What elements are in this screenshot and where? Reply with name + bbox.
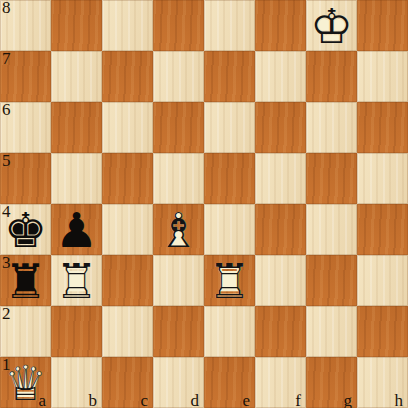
- square-b4[interactable]: ♟: [51, 204, 102, 255]
- piece-white-bishop[interactable]: ♝♗: [153, 204, 204, 255]
- square-g3[interactable]: [306, 255, 357, 306]
- square-a3[interactable]: 3♜: [0, 255, 51, 306]
- chess-board: 8♚♔7654♚♟♝♗3♜♜♖♜♖21a♛♕bcdefgh: [0, 0, 408, 408]
- square-b1[interactable]: b: [51, 357, 102, 408]
- square-f1[interactable]: f: [255, 357, 306, 408]
- square-d1[interactable]: d: [153, 357, 204, 408]
- square-d6[interactable]: [153, 102, 204, 153]
- square-h2[interactable]: [357, 306, 408, 357]
- square-g4[interactable]: [306, 204, 357, 255]
- square-a5[interactable]: 5: [0, 153, 51, 204]
- square-b6[interactable]: [51, 102, 102, 153]
- square-c4[interactable]: [102, 204, 153, 255]
- piece-white-king[interactable]: ♚♔: [306, 0, 357, 51]
- square-c6[interactable]: [102, 102, 153, 153]
- piece-white-rook[interactable]: ♜♖: [204, 255, 255, 306]
- square-f6[interactable]: [255, 102, 306, 153]
- square-a7[interactable]: 7: [0, 51, 51, 102]
- square-g6[interactable]: [306, 102, 357, 153]
- square-f4[interactable]: [255, 204, 306, 255]
- square-h7[interactable]: [357, 51, 408, 102]
- square-c8[interactable]: [102, 0, 153, 51]
- bishop-glyph-outline: ♗: [153, 204, 204, 255]
- file-label-f: f: [295, 392, 301, 408]
- square-d8[interactable]: [153, 0, 204, 51]
- square-a1[interactable]: 1a♛♕: [0, 357, 51, 408]
- square-f7[interactable]: [255, 51, 306, 102]
- square-f2[interactable]: [255, 306, 306, 357]
- rook-glyph: ♜: [0, 255, 51, 306]
- square-c2[interactable]: [102, 306, 153, 357]
- rook-glyph-outline: ♖: [204, 255, 255, 306]
- square-b7[interactable]: [51, 51, 102, 102]
- square-d3[interactable]: [153, 255, 204, 306]
- file-label-g: g: [344, 392, 353, 408]
- square-e6[interactable]: [204, 102, 255, 153]
- square-g2[interactable]: [306, 306, 357, 357]
- square-a6[interactable]: 6: [0, 102, 51, 153]
- square-c3[interactable]: [102, 255, 153, 306]
- square-a8[interactable]: 8: [0, 0, 51, 51]
- square-d4[interactable]: ♝♗: [153, 204, 204, 255]
- pawn-glyph: ♟: [51, 204, 102, 255]
- square-h1[interactable]: h: [357, 357, 408, 408]
- square-f8[interactable]: [255, 0, 306, 51]
- square-b5[interactable]: [51, 153, 102, 204]
- rank-label-7: 7: [2, 50, 11, 67]
- square-d7[interactable]: [153, 51, 204, 102]
- square-e3[interactable]: ♜♖: [204, 255, 255, 306]
- square-d5[interactable]: [153, 153, 204, 204]
- file-label-e: e: [242, 392, 250, 408]
- square-c1[interactable]: c: [102, 357, 153, 408]
- square-b3[interactable]: ♜♖: [51, 255, 102, 306]
- square-a2[interactable]: 2: [0, 306, 51, 357]
- square-h4[interactable]: [357, 204, 408, 255]
- square-h3[interactable]: [357, 255, 408, 306]
- square-h6[interactable]: [357, 102, 408, 153]
- square-e1[interactable]: e: [204, 357, 255, 408]
- file-label-b: b: [89, 392, 98, 408]
- king-glyph: ♚: [0, 204, 51, 255]
- square-e4[interactable]: [204, 204, 255, 255]
- square-e5[interactable]: [204, 153, 255, 204]
- square-g8[interactable]: ♚♔: [306, 0, 357, 51]
- file-label-h: h: [395, 392, 404, 408]
- square-d2[interactable]: [153, 306, 204, 357]
- square-b8[interactable]: [51, 0, 102, 51]
- rank-label-6: 6: [2, 101, 11, 118]
- square-a4[interactable]: 4♚: [0, 204, 51, 255]
- square-g7[interactable]: [306, 51, 357, 102]
- piece-white-queen[interactable]: ♛♕: [0, 357, 51, 408]
- queen-glyph-outline: ♕: [0, 357, 51, 408]
- piece-white-rook[interactable]: ♜♖: [51, 255, 102, 306]
- square-g5[interactable]: [306, 153, 357, 204]
- rank-label-5: 5: [2, 152, 11, 169]
- square-h5[interactable]: [357, 153, 408, 204]
- square-g1[interactable]: g: [306, 357, 357, 408]
- square-f5[interactable]: [255, 153, 306, 204]
- file-label-c: c: [140, 392, 148, 408]
- piece-black-rook[interactable]: ♜: [0, 255, 51, 306]
- square-c5[interactable]: [102, 153, 153, 204]
- file-label-d: d: [191, 392, 200, 408]
- square-h8[interactable]: [357, 0, 408, 51]
- square-f3[interactable]: [255, 255, 306, 306]
- rook-glyph-outline: ♖: [51, 255, 102, 306]
- square-e8[interactable]: [204, 0, 255, 51]
- rank-label-8: 8: [2, 0, 11, 16]
- square-e7[interactable]: [204, 51, 255, 102]
- square-c7[interactable]: [102, 51, 153, 102]
- king-glyph-outline: ♔: [306, 0, 357, 51]
- square-e2[interactable]: [204, 306, 255, 357]
- piece-black-pawn[interactable]: ♟: [51, 204, 102, 255]
- square-b2[interactable]: [51, 306, 102, 357]
- piece-black-king[interactable]: ♚: [0, 204, 51, 255]
